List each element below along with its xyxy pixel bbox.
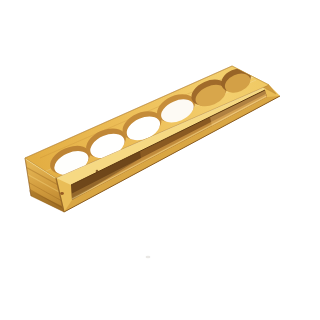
wood-knot [60, 192, 64, 195]
background-speck [146, 256, 151, 259]
wooden-pit-board-photo [0, 0, 320, 320]
photo-stage [0, 0, 320, 320]
rail-speck [96, 170, 99, 173]
